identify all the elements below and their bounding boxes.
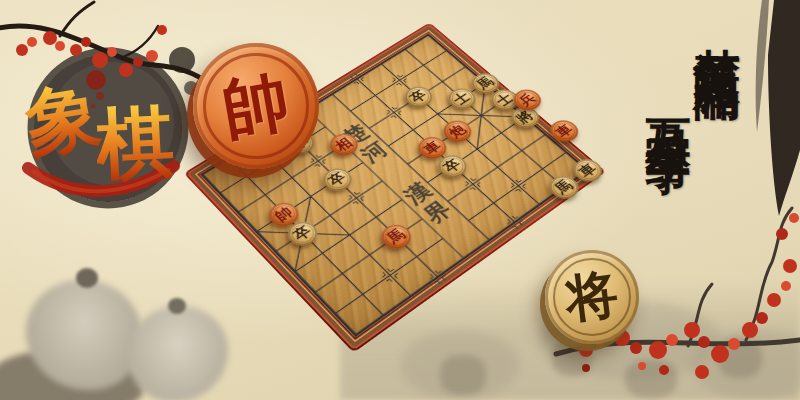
piece-glyph: 馬 (552, 178, 575, 196)
giant-red-general-piece[interactable]: 帥 (193, 43, 319, 169)
tree-blob (440, 355, 486, 395)
piece-glyph: 卒 (326, 170, 349, 188)
seal-title-char-2: 棋 (94, 102, 176, 184)
ink-streak-right (756, 0, 800, 216)
piece-glyph: 將 (514, 109, 536, 126)
ink-figure-left-head (76, 268, 98, 288)
giant-black-general-glyph: 将 (562, 259, 622, 335)
tree-blob (625, 360, 677, 398)
piece-glyph: 士 (451, 90, 473, 106)
giant-black-general-piece[interactable]: 将 (545, 250, 639, 344)
piece-glyph: 相 (333, 136, 355, 153)
ink-figure-right-head (168, 298, 186, 314)
giant-red-general-glyph: 帥 (216, 56, 297, 156)
couplet-right-column: 楚河汉界相隔 (686, 10, 749, 46)
tree-blob (552, 340, 592, 376)
piece-glyph: 車 (553, 122, 575, 139)
xiangqi-banner: { "game": "xiangqi", "banner": { "seal_c… (0, 0, 800, 400)
piece-glyph: 車 (422, 139, 444, 156)
piece-glyph: 帥 (272, 205, 295, 224)
seal-title-char-1: 象 (21, 77, 106, 162)
piece-glyph: 炮 (446, 123, 468, 140)
piece-glyph: 士 (494, 92, 516, 108)
piece-glyph: 卒 (408, 89, 430, 105)
piece-glyph: 卒 (441, 157, 464, 175)
piece-glyph: 卒 (291, 224, 314, 243)
tree-blob (718, 338, 762, 378)
piece-glyph: 兵 (517, 92, 539, 108)
ink-figure-right (128, 306, 228, 400)
piece-glyph: 馬 (474, 75, 495, 91)
piece-glyph: 車 (576, 162, 599, 180)
couplet-left-column: 万马千军纷争 (638, 84, 698, 120)
piece-glyph: 馬 (385, 227, 408, 246)
